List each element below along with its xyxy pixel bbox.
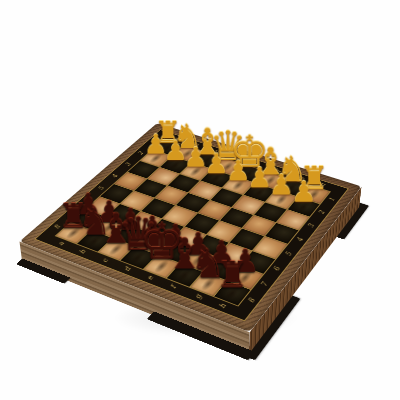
black-rook-h8: ♜ xyxy=(205,233,260,293)
wooden-frame: 87654321 87654321 abcdefgh abcdefgh ♜♟♟♜… xyxy=(19,123,361,332)
coordinate-border: 87654321 87654321 abcdefgh abcdefgh ♜♟♟♜… xyxy=(34,129,349,321)
perspective-scene: 87654321 87654321 abcdefgh abcdefgh ♜♟♟♜… xyxy=(0,0,400,400)
chess-board-box: 87654321 87654321 abcdefgh abcdefgh ♜♟♟♜… xyxy=(19,123,361,332)
product-photo-stage: 87654321 87654321 abcdefgh abcdefgh ♜♟♟♜… xyxy=(0,0,400,400)
white-pawn-h2: ♟ xyxy=(279,153,329,207)
square-h2: ♟ xyxy=(288,197,320,216)
